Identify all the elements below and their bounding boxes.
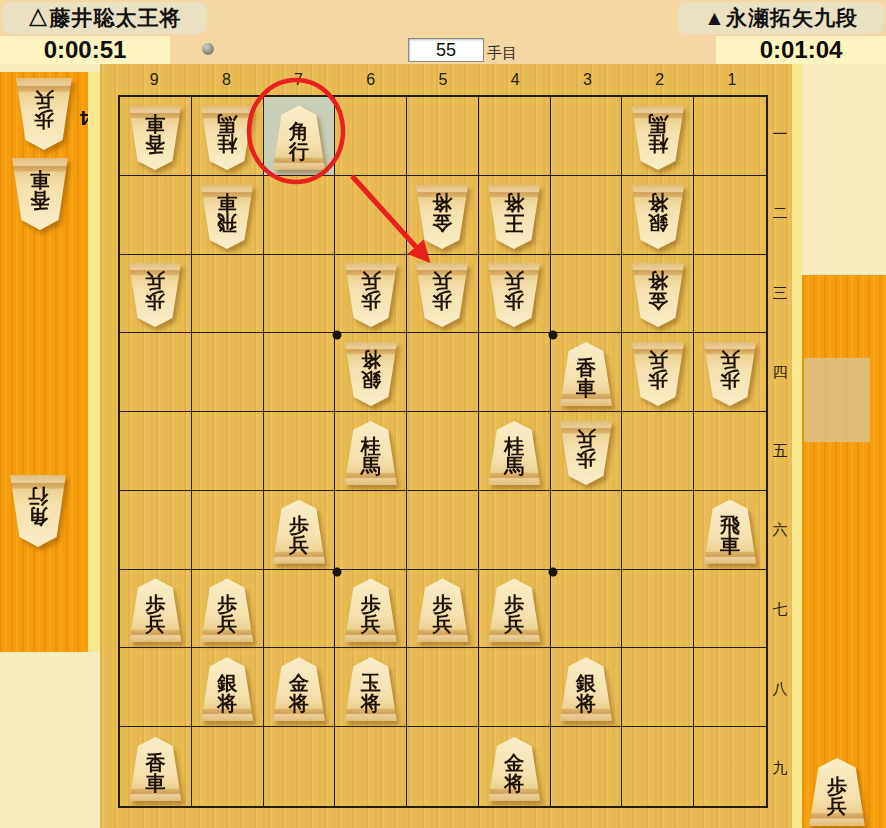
square-5三[interactable]: 歩兵 — [407, 255, 479, 334]
koma-角行[interactable]: 角行 — [7, 475, 69, 547]
square-2三[interactable]: 金将 — [622, 255, 694, 334]
koma-飛車[interactable]: 飛車 — [198, 185, 256, 249]
square-2五[interactable] — [622, 412, 694, 491]
square-6九[interactable] — [335, 727, 407, 806]
koma-歩兵[interactable]: 歩兵 — [126, 263, 184, 327]
square-9九[interactable]: 香車 — [120, 727, 192, 806]
rank-label: 五 — [768, 412, 792, 491]
square-9七[interactable]: 歩兵 — [120, 570, 192, 649]
hoshi-dot — [549, 330, 558, 339]
square-3五[interactable]: 歩兵 — [551, 412, 623, 491]
tray-empty-slot — [804, 358, 870, 442]
gote-hand-歩兵[interactable]: 歩兵4 — [13, 78, 75, 150]
square-3六[interactable] — [551, 491, 623, 570]
koma-歩兵[interactable]: 歩兵 — [806, 758, 868, 826]
koma-歩兵[interactable]: 歩兵 — [126, 578, 184, 642]
koma-香車[interactable]: 香車 — [126, 737, 184, 801]
square-9一[interactable]: 香車 — [120, 97, 192, 176]
koma-香車[interactable]: 香車 — [9, 158, 71, 230]
square-8四[interactable] — [192, 333, 264, 412]
koma-飛車[interactable]: 飛車 — [701, 500, 759, 564]
square-7八[interactable]: 金将 — [264, 648, 336, 727]
file-labels: 987654321 — [118, 66, 768, 94]
square-3七[interactable] — [551, 570, 623, 649]
square-8七[interactable]: 歩兵 — [192, 570, 264, 649]
file-label-7: 7 — [262, 66, 334, 94]
square-4七[interactable]: 歩兵 — [479, 570, 551, 649]
square-6八[interactable]: 玉将 — [335, 648, 407, 727]
square-9二[interactable] — [120, 176, 192, 255]
left-divider — [88, 72, 100, 652]
square-3八[interactable]: 銀将 — [551, 648, 623, 727]
gote-clock: 0:00:51 — [0, 36, 170, 64]
file-label-4: 4 — [479, 66, 551, 94]
square-5九[interactable] — [407, 727, 479, 806]
koma-王将[interactable]: 王将 — [485, 185, 543, 249]
right-divider — [792, 64, 802, 828]
square-3一[interactable] — [551, 97, 623, 176]
file-label-6: 6 — [335, 66, 407, 94]
square-3四[interactable]: 香車 — [551, 333, 623, 412]
koma-歩兵[interactable]: 歩兵 — [629, 342, 687, 406]
square-8八[interactable]: 銀将 — [192, 648, 264, 727]
square-1一[interactable] — [694, 97, 766, 176]
koma-銀将[interactable]: 銀将 — [198, 657, 256, 721]
square-6七[interactable]: 歩兵 — [335, 570, 407, 649]
square-1二[interactable] — [694, 176, 766, 255]
square-2七[interactable] — [622, 570, 694, 649]
koma-香車[interactable]: 香車 — [557, 342, 615, 406]
turn-indicator-dot — [202, 43, 214, 55]
square-7三[interactable] — [264, 255, 336, 334]
rank-label: 二 — [768, 174, 792, 253]
square-4九[interactable]: 金将 — [479, 727, 551, 806]
square-6六[interactable] — [335, 491, 407, 570]
hoshi-dot — [332, 330, 341, 339]
square-3九[interactable] — [551, 727, 623, 806]
sente-captured-tray: 歩兵 — [802, 275, 886, 828]
square-2八[interactable] — [622, 648, 694, 727]
koma-桂馬[interactable]: 桂馬 — [485, 421, 543, 485]
koma-歩兵[interactable]: 歩兵 — [270, 500, 328, 564]
square-8二[interactable]: 飛車 — [192, 176, 264, 255]
rank-labels: 一二三四五六七八九 — [768, 95, 792, 808]
main-area: 歩兵4香車角行 987654321 一二三四五六七八九 香車桂馬角行桂馬飛車金将… — [0, 64, 886, 828]
gote-captured-tray: 歩兵4香車角行 — [0, 72, 88, 652]
square-6四[interactable]: 銀将 — [335, 333, 407, 412]
sente-hand-歩兵[interactable]: 歩兵 — [806, 758, 868, 826]
sente-player-plate: ▲永瀬拓矢九段 — [678, 2, 884, 34]
gote-hand-香車[interactable]: 香車 — [9, 158, 71, 230]
square-6一[interactable] — [335, 97, 407, 176]
square-1四[interactable]: 歩兵 — [694, 333, 766, 412]
square-5六[interactable] — [407, 491, 479, 570]
move-number-suffix: 手目 — [487, 44, 517, 63]
koma-金将[interactable]: 金将 — [485, 737, 543, 801]
square-6三[interactable]: 歩兵 — [335, 255, 407, 334]
gote-hand-角行[interactable]: 角行 — [7, 475, 69, 547]
rank-label: 七 — [768, 570, 792, 649]
square-4四[interactable] — [479, 333, 551, 412]
file-label-8: 8 — [190, 66, 262, 94]
shogi-board: 987654321 一二三四五六七八九 香車桂馬角行桂馬飛車金将王将銀将歩兵歩兵… — [100, 64, 792, 828]
square-4八[interactable] — [479, 648, 551, 727]
rank-label: 三 — [768, 253, 792, 332]
square-4二[interactable]: 王将 — [479, 176, 551, 255]
file-label-3: 3 — [551, 66, 623, 94]
header-bar: △藤井聡太王将 ▲永瀬拓矢九段 — [0, 0, 886, 36]
square-2一[interactable]: 桂馬 — [622, 97, 694, 176]
square-7四[interactable] — [264, 333, 336, 412]
square-2四[interactable]: 歩兵 — [622, 333, 694, 412]
square-5八[interactable] — [407, 648, 479, 727]
square-2九[interactable] — [622, 727, 694, 806]
koma-金将[interactable]: 金将 — [413, 185, 471, 249]
koma-歩兵[interactable]: 歩兵 — [701, 342, 759, 406]
koma-香車[interactable]: 香車 — [126, 106, 184, 170]
square-3二[interactable] — [551, 176, 623, 255]
koma-歩兵[interactable]: 歩兵 — [198, 578, 256, 642]
square-7二[interactable] — [264, 176, 336, 255]
square-1八[interactable] — [694, 648, 766, 727]
square-7九[interactable] — [264, 727, 336, 806]
file-label-9: 9 — [118, 66, 190, 94]
square-8五[interactable] — [192, 412, 264, 491]
square-7一[interactable]: 角行 — [264, 97, 336, 176]
sente-clock: 0:01:04 — [716, 36, 886, 64]
square-1三[interactable] — [694, 255, 766, 334]
koma-歩兵[interactable]: 歩兵 — [485, 263, 543, 327]
koma-歩兵[interactable]: 歩兵 — [413, 578, 471, 642]
koma-歩兵[interactable]: 歩兵 — [342, 578, 400, 642]
hoshi-dot — [332, 568, 341, 577]
koma-桂馬[interactable]: 桂馬 — [629, 106, 687, 170]
square-3三[interactable] — [551, 255, 623, 334]
file-label-2: 2 — [624, 66, 696, 94]
square-8六[interactable] — [192, 491, 264, 570]
square-1五[interactable] — [694, 412, 766, 491]
square-5一[interactable] — [407, 97, 479, 176]
file-label-1: 1 — [696, 66, 768, 94]
koma-角行[interactable]: 角行 — [270, 106, 328, 170]
rank-label: 九 — [768, 729, 792, 808]
square-1七[interactable] — [694, 570, 766, 649]
square-5二[interactable]: 金将 — [407, 176, 479, 255]
koma-歩兵[interactable]: 歩兵 — [485, 578, 543, 642]
koma-歩兵[interactable]: 歩兵 — [557, 421, 615, 485]
koma-玉将[interactable]: 玉将 — [342, 657, 400, 721]
rank-label: 八 — [768, 650, 792, 729]
square-8三[interactable] — [192, 255, 264, 334]
square-4一[interactable] — [479, 97, 551, 176]
koma-歩兵[interactable]: 歩兵 — [413, 263, 471, 327]
square-4三[interactable]: 歩兵 — [479, 255, 551, 334]
square-2六[interactable] — [622, 491, 694, 570]
move-number-input[interactable]: 55 — [408, 38, 484, 62]
square-8九[interactable] — [192, 727, 264, 806]
square-4六[interactable] — [479, 491, 551, 570]
square-9八[interactable] — [120, 648, 192, 727]
file-label-5: 5 — [407, 66, 479, 94]
koma-金将[interactable]: 金将 — [270, 657, 328, 721]
board-grid: 香車桂馬角行桂馬飛車金将王将銀将歩兵歩兵歩兵歩兵金将銀将香車歩兵歩兵桂馬桂馬歩兵… — [118, 95, 768, 808]
square-5七[interactable]: 歩兵 — [407, 570, 479, 649]
square-4五[interactable]: 桂馬 — [479, 412, 551, 491]
square-8一[interactable]: 桂馬 — [192, 97, 264, 176]
square-6五[interactable]: 桂馬 — [335, 412, 407, 491]
square-5五[interactable] — [407, 412, 479, 491]
square-9六[interactable] — [120, 491, 192, 570]
square-7七[interactable] — [264, 570, 336, 649]
square-9三[interactable]: 歩兵 — [120, 255, 192, 334]
square-5四[interactable] — [407, 333, 479, 412]
square-9五[interactable] — [120, 412, 192, 491]
koma-銀将[interactable]: 銀将 — [557, 657, 615, 721]
rank-label: 六 — [768, 491, 792, 570]
square-6二[interactable] — [335, 176, 407, 255]
koma-桂馬[interactable]: 桂馬 — [342, 421, 400, 485]
square-1六[interactable]: 飛車 — [694, 491, 766, 570]
koma-金将[interactable]: 金将 — [629, 263, 687, 327]
rank-label: 四 — [768, 333, 792, 412]
square-1九[interactable] — [694, 727, 766, 806]
rank-label: 一 — [768, 95, 792, 174]
square-7六[interactable]: 歩兵 — [264, 491, 336, 570]
koma-歩兵[interactable]: 歩兵 — [342, 263, 400, 327]
hoshi-dot — [549, 568, 558, 577]
clock-row: 0:00:51 55 手目 0:01:04 — [0, 36, 886, 64]
gote-player-plate: △藤井聡太王将 — [2, 2, 207, 34]
koma-桂馬[interactable]: 桂馬 — [198, 106, 256, 170]
koma-銀将[interactable]: 銀将 — [342, 342, 400, 406]
square-2二[interactable]: 銀将 — [622, 176, 694, 255]
square-7五[interactable] — [264, 412, 336, 491]
koma-歩兵[interactable]: 歩兵 — [13, 78, 75, 150]
koma-銀将[interactable]: 銀将 — [629, 185, 687, 249]
square-9四[interactable] — [120, 333, 192, 412]
